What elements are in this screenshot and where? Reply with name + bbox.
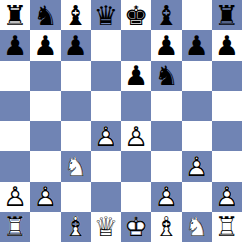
white-pawn-outline-icon: ♙ — [212, 182, 242, 212]
white-knight-outline-icon: ♘ — [182, 212, 212, 242]
black-pawn-icon: ♟ — [61, 30, 91, 60]
white-pawn[interactable]: ♟♙ — [30, 182, 60, 212]
square-a2[interactable]: ♟♙ — [0, 182, 30, 212]
square-g1[interactable]: ♞♘ — [182, 212, 212, 242]
square-h6[interactable] — [212, 61, 242, 91]
white-king-outline-icon: ♔ — [121, 212, 151, 242]
black-pawn[interactable]: ♟ — [0, 30, 30, 60]
white-pawn-outline-icon: ♙ — [30, 182, 60, 212]
white-pawn[interactable]: ♟♙ — [151, 182, 181, 212]
black-rook[interactable]: ♜ — [0, 0, 30, 30]
square-h1[interactable]: ♜♖ — [212, 212, 242, 242]
square-h2[interactable]: ♟♙ — [212, 182, 242, 212]
square-b5[interactable] — [30, 91, 60, 121]
white-pawn-outline-icon: ♙ — [151, 182, 181, 212]
square-f1[interactable]: ♝♗ — [151, 212, 181, 242]
square-c7[interactable]: ♟ — [61, 30, 91, 60]
white-rook-outline-icon: ♖ — [212, 212, 242, 242]
square-e5[interactable] — [121, 91, 151, 121]
chess-board: ♜♞♝♛♚♝♜♟♟♟♟♟♟♟♞♟♙♟♙♞♘♟♙♟♙♟♙♟♙♟♙♜♖♝♗♛♕♚♔♝… — [0, 0, 242, 242]
square-g8[interactable] — [182, 0, 212, 30]
square-a8[interactable]: ♜ — [0, 0, 30, 30]
square-b3[interactable] — [30, 151, 60, 181]
square-c4[interactable] — [61, 121, 91, 151]
square-e1[interactable]: ♚♔ — [121, 212, 151, 242]
square-h7[interactable]: ♟ — [212, 30, 242, 60]
white-pawn[interactable]: ♟♙ — [121, 121, 151, 151]
square-c2[interactable] — [61, 182, 91, 212]
black-pawn[interactable]: ♟ — [61, 30, 91, 60]
black-king-icon: ♚ — [121, 0, 151, 30]
square-g5[interactable] — [182, 91, 212, 121]
square-d5[interactable] — [91, 91, 121, 121]
square-a1[interactable]: ♜♖ — [0, 212, 30, 242]
white-pawn-outline-icon: ♙ — [182, 151, 212, 181]
square-h8[interactable]: ♜ — [212, 0, 242, 30]
square-e6[interactable]: ♟ — [121, 61, 151, 91]
square-a5[interactable] — [0, 91, 30, 121]
square-d7[interactable] — [91, 30, 121, 60]
square-c3[interactable]: ♞♘ — [61, 151, 91, 181]
square-d1[interactable]: ♛♕ — [91, 212, 121, 242]
square-c5[interactable] — [61, 91, 91, 121]
square-c6[interactable] — [61, 61, 91, 91]
square-f8[interactable]: ♝ — [151, 0, 181, 30]
square-h3[interactable] — [212, 151, 242, 181]
square-b6[interactable] — [30, 61, 60, 91]
square-b4[interactable] — [30, 121, 60, 151]
square-d3[interactable] — [91, 151, 121, 181]
white-bishop[interactable]: ♝♗ — [61, 212, 91, 242]
square-d4[interactable]: ♟♙ — [91, 121, 121, 151]
black-pawn-icon: ♟ — [212, 30, 242, 60]
black-rook[interactable]: ♜ — [212, 0, 242, 30]
black-pawn-icon: ♟ — [0, 30, 30, 60]
square-b7[interactable]: ♟ — [30, 30, 60, 60]
square-a3[interactable] — [0, 151, 30, 181]
square-a4[interactable] — [0, 121, 30, 151]
square-h5[interactable] — [212, 91, 242, 121]
square-d2[interactable] — [91, 182, 121, 212]
white-king[interactable]: ♚♔ — [121, 212, 151, 242]
white-rook[interactable]: ♜♖ — [0, 212, 30, 242]
black-bishop[interactable]: ♝ — [151, 0, 181, 30]
white-knight[interactable]: ♞♘ — [61, 151, 91, 181]
square-a7[interactable]: ♟ — [0, 30, 30, 60]
white-bishop-outline-icon: ♗ — [151, 212, 181, 242]
white-queen[interactable]: ♛♕ — [91, 212, 121, 242]
black-knight-icon: ♞ — [30, 0, 60, 30]
square-f7[interactable]: ♟ — [151, 30, 181, 60]
black-knight[interactable]: ♞ — [30, 0, 60, 30]
white-bishop-outline-icon: ♗ — [61, 212, 91, 242]
square-e2[interactable] — [121, 182, 151, 212]
white-rook-outline-icon: ♖ — [0, 212, 30, 242]
square-g2[interactable] — [182, 182, 212, 212]
black-knight[interactable]: ♞ — [151, 61, 181, 91]
square-g7[interactable]: ♟ — [182, 30, 212, 60]
square-e4[interactable]: ♟♙ — [121, 121, 151, 151]
square-c1[interactable]: ♝♗ — [61, 212, 91, 242]
square-f2[interactable]: ♟♙ — [151, 182, 181, 212]
square-d8[interactable]: ♛ — [91, 0, 121, 30]
white-bishop[interactable]: ♝♗ — [151, 212, 181, 242]
white-pawn[interactable]: ♟♙ — [182, 151, 212, 181]
white-pawn[interactable]: ♟♙ — [91, 121, 121, 151]
black-king[interactable]: ♚ — [121, 0, 151, 30]
black-bishop[interactable]: ♝ — [61, 0, 91, 30]
black-pawn[interactable]: ♟ — [182, 30, 212, 60]
square-f4[interactable] — [151, 121, 181, 151]
square-b2[interactable]: ♟♙ — [30, 182, 60, 212]
black-pawn[interactable]: ♟ — [121, 61, 151, 91]
black-pawn[interactable]: ♟ — [212, 30, 242, 60]
square-c8[interactable]: ♝ — [61, 0, 91, 30]
white-pawn-outline-icon: ♙ — [91, 121, 121, 151]
black-rook-icon: ♜ — [212, 0, 242, 30]
square-h4[interactable] — [212, 121, 242, 151]
black-bishop-icon: ♝ — [61, 0, 91, 30]
square-d6[interactable] — [91, 61, 121, 91]
square-f6[interactable]: ♞ — [151, 61, 181, 91]
square-f3[interactable] — [151, 151, 181, 181]
white-queen-outline-icon: ♕ — [91, 212, 121, 242]
white-rook[interactable]: ♜♖ — [212, 212, 242, 242]
white-pawn[interactable]: ♟♙ — [0, 182, 30, 212]
square-b1[interactable] — [30, 212, 60, 242]
white-pawn-outline-icon: ♙ — [0, 182, 30, 212]
white-pawn[interactable]: ♟♙ — [212, 182, 242, 212]
square-g4[interactable] — [182, 121, 212, 151]
square-g6[interactable] — [182, 61, 212, 91]
square-e8[interactable]: ♚ — [121, 0, 151, 30]
white-knight[interactable]: ♞♘ — [182, 212, 212, 242]
black-pawn-icon: ♟ — [30, 30, 60, 60]
black-pawn[interactable]: ♟ — [151, 30, 181, 60]
square-a6[interactable] — [0, 61, 30, 91]
square-g3[interactable]: ♟♙ — [182, 151, 212, 181]
square-e3[interactable] — [121, 151, 151, 181]
square-e7[interactable] — [121, 30, 151, 60]
black-queen-icon: ♛ — [91, 0, 121, 30]
black-knight-icon: ♞ — [151, 61, 181, 91]
black-pawn[interactable]: ♟ — [30, 30, 60, 60]
white-knight-outline-icon: ♘ — [61, 151, 91, 181]
black-pawn-icon: ♟ — [151, 30, 181, 60]
black-pawn-icon: ♟ — [182, 30, 212, 60]
black-queen[interactable]: ♛ — [91, 0, 121, 30]
black-pawn-icon: ♟ — [121, 61, 151, 91]
square-b8[interactable]: ♞ — [30, 0, 60, 30]
black-rook-icon: ♜ — [0, 0, 30, 30]
black-bishop-icon: ♝ — [151, 0, 181, 30]
white-pawn-outline-icon: ♙ — [121, 121, 151, 151]
square-f5[interactable] — [151, 91, 181, 121]
